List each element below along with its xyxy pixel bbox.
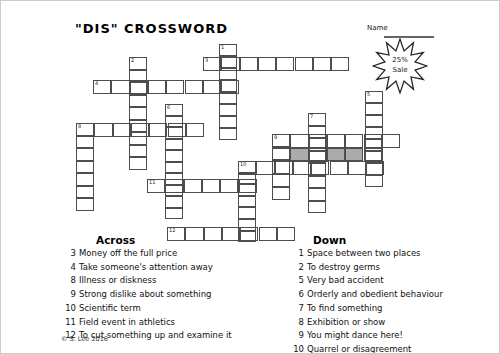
grid-cell[interactable] (290, 134, 308, 148)
grid-cell[interactable] (365, 175, 383, 187)
clue-number-label: 6 (167, 105, 170, 111)
clue-number: 8 (59, 274, 76, 288)
grid-cell[interactable] (348, 161, 366, 175)
worksheet-page: "DIS" CROSSWORD Name 25% Sale 3489101112… (0, 0, 500, 354)
clue-number: 2 (287, 261, 304, 275)
clue-number-label: 12 (169, 228, 175, 234)
grid-cell[interactable] (313, 57, 331, 71)
grid-cell[interactable] (165, 116, 183, 128)
grid-cell[interactable] (165, 196, 183, 208)
clue-number: 10 (59, 302, 76, 316)
clue-text: Scientific term (79, 302, 284, 316)
grid-cell[interactable] (272, 147, 290, 160)
grid-cell[interactable] (365, 103, 383, 115)
clue-number: 9 (287, 329, 304, 343)
clue-number: 6 (287, 288, 304, 302)
clue-number-label: 2 (131, 58, 134, 64)
grid-cell[interactable] (272, 187, 290, 200)
clue-number: 1 (287, 247, 304, 261)
grid-cell[interactable] (111, 80, 129, 94)
clue-text: Quarrel or disagreement (307, 343, 492, 354)
clue-number: 8 (287, 316, 304, 330)
across-clue-item: 8Illness or diskness (59, 274, 284, 288)
grid-cell[interactable] (129, 145, 147, 158)
grid-cell[interactable] (240, 57, 258, 71)
grid-cell[interactable] (330, 161, 348, 175)
clue-text: Take someone's attention away (79, 261, 284, 275)
down-clue-item: 9You might dance here! (287, 329, 492, 343)
grid-cell[interactable]: 6 (165, 104, 183, 116)
shaded-cell (345, 148, 363, 162)
shaded-cell (327, 148, 345, 162)
across-clue-item: 4Take someone's attention away (59, 261, 284, 275)
grid-cell[interactable] (295, 57, 313, 71)
grid-cell[interactable] (331, 57, 349, 71)
across-clue-item: 3Money off the full price (59, 247, 284, 261)
copyright-note: © S. Lee 2016 (61, 335, 108, 343)
across-clue-item: 9Strong dislike about something (59, 288, 284, 302)
grid-cell[interactable] (238, 173, 256, 185)
grid-cell[interactable] (76, 161, 94, 174)
down-clue-item: 2To destroy germs (287, 261, 492, 275)
clue-number: 9 (59, 288, 76, 302)
grid-cell[interactable] (165, 162, 183, 174)
grid-cell[interactable] (94, 123, 112, 137)
down-clue-item: 7To find something (287, 302, 492, 316)
clue-number-label: 7 (310, 114, 313, 120)
grid-cell[interactable] (238, 196, 256, 208)
grid-cell[interactable] (129, 107, 147, 120)
grid-cell[interactable]: 1 (219, 44, 237, 56)
clue-number-label: 5 (367, 92, 370, 98)
grid-cell[interactable]: 11 (147, 179, 165, 193)
grid-cell[interactable] (129, 120, 147, 133)
clue-number: 7 (287, 302, 304, 316)
clue-text: To find something (307, 302, 492, 316)
grid-cell[interactable] (166, 80, 184, 94)
grid-cell[interactable] (148, 80, 166, 94)
down-clue-item: 10Quarrel or disagreement (287, 343, 492, 354)
down-clue-item: 6Orderly and obedient behaviour (287, 288, 492, 302)
clue-number-label: 4 (95, 81, 98, 87)
across-clue-item: 10Scientific term (59, 302, 284, 316)
across-clue-list: 3Money off the full price4Take someone's… (59, 247, 284, 343)
down-clue-item: 8Exhibition or show (287, 316, 492, 330)
clue-number-label: 1 (221, 45, 224, 51)
clue-text: To cut something up and examine it (79, 329, 284, 343)
grid-cell[interactable] (238, 161, 256, 173)
across-clue-item: 11Field event in athletics (59, 316, 284, 330)
down-clue-list: 1Space between two places2To destroy ger… (287, 247, 492, 354)
grid-cell[interactable] (165, 139, 183, 151)
clue-number: 10 (287, 343, 304, 354)
grid-cell[interactable] (129, 70, 147, 83)
clue-number: 11 (59, 316, 76, 330)
grid-cell[interactable] (219, 56, 237, 68)
grid-cell[interactable] (365, 139, 383, 151)
grid-cell[interactable] (220, 179, 238, 193)
grid-cell[interactable] (238, 219, 256, 231)
grid-cell[interactable] (276, 57, 294, 71)
grid-cell[interactable] (345, 134, 363, 148)
down-clue-item: 1Space between two places (287, 247, 492, 261)
clue-number: 4 (59, 261, 76, 275)
grid-cell[interactable] (365, 151, 383, 163)
grid-cell[interactable] (202, 179, 220, 193)
grid-cell[interactable] (186, 123, 204, 137)
grid-cell[interactable] (129, 132, 147, 145)
grid-cell[interactable] (238, 184, 256, 196)
grid-cell[interactable] (238, 207, 256, 219)
clue-text: Money off the full price (79, 247, 284, 261)
grid-cell[interactable] (165, 150, 183, 162)
grid-cell[interactable] (165, 185, 183, 197)
grid-cell[interactable] (219, 128, 237, 140)
grid-cell[interactable] (219, 92, 237, 104)
grid-cell[interactable] (76, 186, 94, 199)
grid-cell[interactable] (76, 198, 94, 211)
clue-text: Strong dislike about something (79, 288, 284, 302)
grid-cell[interactable] (76, 136, 94, 149)
grid-cell[interactable] (219, 116, 237, 128)
grid-cell[interactable]: 5 (365, 91, 383, 103)
grid-cell[interactable] (129, 95, 147, 108)
grid-cell[interactable] (308, 163, 326, 176)
grid-cell[interactable] (382, 134, 400, 148)
grid-cell[interactable] (76, 173, 94, 186)
clue-text: To destroy germs (307, 261, 492, 275)
clue-number-label: 11 (149, 180, 155, 186)
grid-cell[interactable]: 4 (93, 80, 111, 94)
grid-cell[interactable] (365, 127, 383, 139)
clue-text: Field event in athletics (79, 316, 284, 330)
grid-cell[interactable] (165, 208, 183, 220)
grid-cell[interactable] (308, 176, 326, 189)
down-clue-item: 5Very bad accident (287, 274, 492, 288)
clue-number: 3 (59, 247, 76, 261)
grid-cell[interactable] (129, 82, 147, 95)
grid-cell[interactable] (365, 115, 383, 127)
grid-cell[interactable] (129, 157, 147, 170)
grid-cell[interactable] (308, 201, 326, 214)
grid-cell[interactable] (165, 127, 183, 139)
clue-text: Illness or diskness (79, 274, 284, 288)
grid-cell[interactable] (272, 174, 290, 187)
grid-cell[interactable] (308, 138, 326, 151)
clue-number: 5 (287, 274, 304, 288)
grid-cell[interactable] (272, 134, 290, 147)
grid-cell[interactable] (184, 179, 202, 193)
grid-cell[interactable] (308, 126, 326, 139)
clue-text: Exhibition or show (307, 316, 492, 330)
grid-cell[interactable] (76, 123, 94, 136)
grid-cell[interactable] (272, 160, 290, 173)
shaded-cell (290, 148, 308, 162)
grid-cell[interactable] (258, 57, 276, 71)
clue-number-label: 3 (205, 58, 208, 64)
grid-cell[interactable] (165, 173, 183, 185)
grid-cell[interactable]: 7 (308, 113, 326, 126)
grid-cell[interactable] (76, 148, 94, 161)
clue-text: Orderly and obedient behaviour (307, 288, 492, 302)
down-header: Down (313, 234, 492, 247)
grid-cell[interactable] (219, 104, 237, 116)
clue-text: Very bad accident (307, 274, 492, 288)
clue-text: You might dance here! (307, 329, 492, 343)
grid-cell[interactable] (308, 151, 326, 164)
grid-cell[interactable] (327, 134, 345, 148)
grid-cell[interactable] (219, 80, 237, 92)
grid-cell[interactable] (308, 188, 326, 201)
grid-cell[interactable]: 2 (129, 57, 147, 70)
grid-cell[interactable] (219, 68, 237, 80)
grid-cell[interactable] (185, 80, 203, 94)
across-clues-section: Across 3Money off the full price4Take so… (59, 234, 284, 343)
across-header: Across (96, 234, 284, 247)
grid-cell[interactable] (365, 163, 383, 175)
clue-text: Space between two places (307, 247, 492, 261)
down-clues-section: Down 1Space between two places2To destro… (287, 234, 492, 354)
